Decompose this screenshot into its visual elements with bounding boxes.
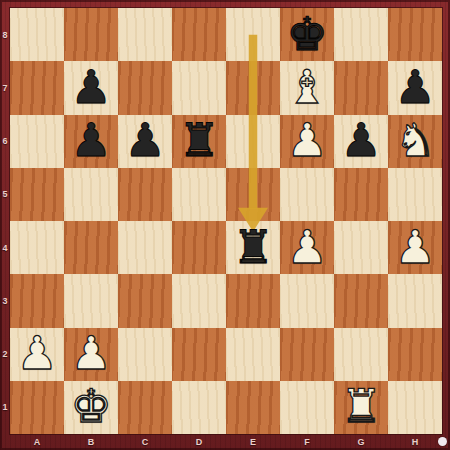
square-g8[interactable] bbox=[334, 8, 388, 61]
square-e5[interactable] bbox=[226, 168, 280, 221]
piece-white-pawn[interactable]: ♟ bbox=[16, 330, 57, 376]
rank-label-5: 5 bbox=[0, 189, 10, 199]
square-a8[interactable] bbox=[10, 8, 64, 61]
square-g4[interactable] bbox=[334, 221, 388, 274]
piece-white-rook[interactable]: ♜ bbox=[340, 383, 381, 429]
piece-white-knight[interactable]: ♞ bbox=[394, 117, 435, 163]
rank-label-2: 2 bbox=[0, 349, 10, 359]
file-label-c: C bbox=[118, 437, 172, 449]
file-label-f: F bbox=[280, 437, 334, 449]
square-a5[interactable] bbox=[10, 168, 64, 221]
square-b1[interactable]: ♚ bbox=[64, 381, 118, 434]
square-d8[interactable] bbox=[172, 8, 226, 61]
square-f4[interactable]: ♟ bbox=[280, 221, 334, 274]
square-f1[interactable] bbox=[280, 381, 334, 434]
piece-white-pawn[interactable]: ♟ bbox=[286, 117, 327, 163]
square-g3[interactable] bbox=[334, 274, 388, 327]
square-e8[interactable] bbox=[226, 8, 280, 61]
rank-label-8: 8 bbox=[0, 30, 10, 40]
square-a4[interactable] bbox=[10, 221, 64, 274]
chessboard-screenshot: ♚♟♝♟♟♟♜♟♟♞♜♟♟♟♟♚♜ 87654321ABCDEFGH bbox=[0, 0, 450, 450]
square-d5[interactable] bbox=[172, 168, 226, 221]
square-h6[interactable]: ♞ bbox=[388, 115, 442, 168]
square-e2[interactable] bbox=[226, 328, 280, 381]
square-e6[interactable] bbox=[226, 115, 280, 168]
square-g6[interactable]: ♟ bbox=[334, 115, 388, 168]
file-label-h: H bbox=[388, 437, 442, 449]
square-e1[interactable] bbox=[226, 381, 280, 434]
file-label-d: D bbox=[172, 437, 226, 449]
square-b3[interactable] bbox=[64, 274, 118, 327]
square-h3[interactable] bbox=[388, 274, 442, 327]
square-f7[interactable]: ♝ bbox=[280, 61, 334, 114]
file-label-b: B bbox=[64, 437, 118, 449]
square-d1[interactable] bbox=[172, 381, 226, 434]
square-c5[interactable] bbox=[118, 168, 172, 221]
square-b7[interactable]: ♟ bbox=[64, 61, 118, 114]
square-g2[interactable] bbox=[334, 328, 388, 381]
square-f5[interactable] bbox=[280, 168, 334, 221]
square-g5[interactable] bbox=[334, 168, 388, 221]
square-a2[interactable]: ♟ bbox=[10, 328, 64, 381]
square-c1[interactable] bbox=[118, 381, 172, 434]
piece-black-rook[interactable]: ♜ bbox=[178, 117, 219, 163]
square-f3[interactable] bbox=[280, 274, 334, 327]
file-label-g: G bbox=[334, 437, 388, 449]
piece-white-pawn[interactable]: ♟ bbox=[70, 330, 111, 376]
square-a6[interactable] bbox=[10, 115, 64, 168]
square-b8[interactable] bbox=[64, 8, 118, 61]
square-b6[interactable]: ♟ bbox=[64, 115, 118, 168]
square-f6[interactable]: ♟ bbox=[280, 115, 334, 168]
square-b4[interactable] bbox=[64, 221, 118, 274]
square-e7[interactable] bbox=[226, 61, 280, 114]
square-c2[interactable] bbox=[118, 328, 172, 381]
piece-black-pawn[interactable]: ♟ bbox=[394, 64, 435, 110]
square-b2[interactable]: ♟ bbox=[64, 328, 118, 381]
square-f8[interactable]: ♚ bbox=[280, 8, 334, 61]
square-c8[interactable] bbox=[118, 8, 172, 61]
piece-black-rook[interactable]: ♜ bbox=[232, 224, 273, 270]
piece-white-pawn[interactable]: ♟ bbox=[394, 224, 435, 270]
square-b5[interactable] bbox=[64, 168, 118, 221]
piece-white-pawn[interactable]: ♟ bbox=[286, 224, 327, 270]
white-to-move-indicator bbox=[438, 437, 447, 446]
piece-black-pawn[interactable]: ♟ bbox=[340, 117, 381, 163]
square-h1[interactable] bbox=[388, 381, 442, 434]
rank-label-4: 4 bbox=[0, 243, 10, 253]
file-label-e: E bbox=[226, 437, 280, 449]
square-d3[interactable] bbox=[172, 274, 226, 327]
piece-black-pawn[interactable]: ♟ bbox=[70, 117, 111, 163]
square-c3[interactable] bbox=[118, 274, 172, 327]
square-e4[interactable]: ♜ bbox=[226, 221, 280, 274]
piece-white-bishop[interactable]: ♝ bbox=[286, 64, 327, 110]
square-d6[interactable]: ♜ bbox=[172, 115, 226, 168]
rank-label-6: 6 bbox=[0, 136, 10, 146]
square-d4[interactable] bbox=[172, 221, 226, 274]
square-h7[interactable]: ♟ bbox=[388, 61, 442, 114]
square-h2[interactable] bbox=[388, 328, 442, 381]
square-e3[interactable] bbox=[226, 274, 280, 327]
piece-white-king[interactable]: ♚ bbox=[70, 383, 111, 429]
square-g7[interactable] bbox=[334, 61, 388, 114]
chess-board[interactable]: ♚♟♝♟♟♟♜♟♟♞♜♟♟♟♟♚♜ bbox=[10, 8, 442, 434]
square-a7[interactable] bbox=[10, 61, 64, 114]
square-a1[interactable] bbox=[10, 381, 64, 434]
square-d7[interactable] bbox=[172, 61, 226, 114]
rank-label-3: 3 bbox=[0, 296, 10, 306]
piece-black-king[interactable]: ♚ bbox=[286, 11, 327, 57]
file-label-a: A bbox=[10, 437, 64, 449]
square-h4[interactable]: ♟ bbox=[388, 221, 442, 274]
piece-black-pawn[interactable]: ♟ bbox=[124, 117, 165, 163]
square-c6[interactable]: ♟ bbox=[118, 115, 172, 168]
square-g1[interactable]: ♜ bbox=[334, 381, 388, 434]
square-h8[interactable] bbox=[388, 8, 442, 61]
square-c7[interactable] bbox=[118, 61, 172, 114]
square-f2[interactable] bbox=[280, 328, 334, 381]
piece-black-pawn[interactable]: ♟ bbox=[70, 64, 111, 110]
rank-label-1: 1 bbox=[0, 402, 10, 412]
square-d2[interactable] bbox=[172, 328, 226, 381]
rank-label-7: 7 bbox=[0, 83, 10, 93]
square-c4[interactable] bbox=[118, 221, 172, 274]
square-h5[interactable] bbox=[388, 168, 442, 221]
square-a3[interactable] bbox=[10, 274, 64, 327]
